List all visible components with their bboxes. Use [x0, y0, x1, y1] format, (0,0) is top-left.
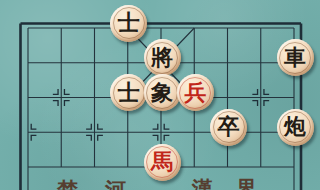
- river-label-left: 楚河: [56, 177, 153, 190]
- black-elephant-piece[interactable]: 象: [144, 74, 181, 111]
- black-advisor-piece[interactable]: 士: [110, 74, 147, 111]
- black-advisor-piece[interactable]: 士: [110, 5, 147, 42]
- black-cannon-piece[interactable]: 炮: [277, 109, 314, 146]
- red-soldier-piece[interactable]: 兵: [177, 74, 214, 111]
- black-advisor-glyph: 士: [118, 11, 140, 33]
- river-label-right: 漢界: [191, 176, 280, 190]
- black-soldier-piece[interactable]: 卒: [210, 109, 247, 146]
- black-general-piece[interactable]: 將: [144, 39, 181, 76]
- xiangqi-board: 楚河 漢界 士將車士象兵卒炮馬: [0, 0, 320, 190]
- black-advisor-glyph: 士: [118, 81, 140, 103]
- red-horse-piece[interactable]: 馬: [144, 144, 181, 181]
- black-chariot-glyph: 車: [284, 46, 306, 68]
- black-elephant-glyph: 象: [151, 81, 173, 103]
- red-horse-glyph: 馬: [151, 150, 173, 172]
- black-soldier-glyph: 卒: [218, 115, 240, 137]
- black-general-glyph: 將: [151, 46, 173, 68]
- red-soldier-glyph: 兵: [184, 81, 206, 103]
- black-chariot-piece[interactable]: 車: [277, 39, 314, 76]
- black-cannon-glyph: 炮: [284, 115, 306, 137]
